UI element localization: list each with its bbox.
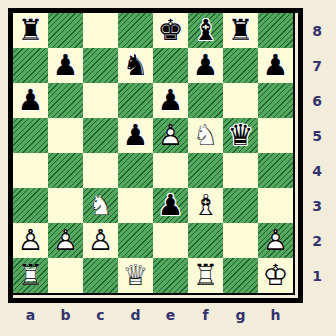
square-f7[interactable]: ♟ [188, 48, 223, 83]
chess-diagram: ♜♚♝♜♟♞♟♟♟♟♟♟♙♞♘♛♞♘♟♝♗♟♙♟♙♟♙♟♙♜♖♛♕♜♖♚♔ ab… [0, 0, 336, 336]
square-d8[interactable] [118, 13, 153, 48]
square-g1[interactable] [223, 258, 258, 293]
square-d4[interactable] [118, 153, 153, 188]
square-a7[interactable] [13, 48, 48, 83]
square-a6[interactable]: ♟ [13, 83, 48, 118]
rank-label-4: 4 [304, 153, 330, 188]
chess-board: ♜♚♝♜♟♞♟♟♟♟♟♟♙♞♘♛♞♘♟♝♗♟♙♟♙♟♙♟♙♜♖♛♕♜♖♚♔ [13, 13, 293, 293]
square-h4[interactable] [258, 153, 293, 188]
square-d2[interactable] [118, 223, 153, 258]
piece-white-bishop: ♝♗ [188, 188, 223, 223]
piece-white-rook: ♜♖ [188, 258, 223, 293]
piece-black-rook: ♜ [13, 13, 48, 48]
piece-glyph: ♟ [258, 48, 293, 83]
piece-glyph: ♟ [188, 48, 223, 83]
square-f8[interactable]: ♝ [188, 13, 223, 48]
square-e7[interactable] [153, 48, 188, 83]
square-b1[interactable] [48, 258, 83, 293]
square-h5[interactable] [258, 118, 293, 153]
square-h7[interactable]: ♟ [258, 48, 293, 83]
square-e3[interactable]: ♟ [153, 188, 188, 223]
square-f5[interactable]: ♞♘ [188, 118, 223, 153]
square-c4[interactable] [83, 153, 118, 188]
rank-label-8: 8 [304, 13, 330, 48]
piece-glyph: ♜ [13, 13, 48, 48]
square-g6[interactable] [223, 83, 258, 118]
piece-white-knight: ♞♘ [188, 118, 223, 153]
piece-black-king: ♚ [153, 13, 188, 48]
piece-glyph: ♖ [188, 258, 223, 293]
piece-glyph: ♘ [188, 118, 223, 153]
piece-glyph: ♜ [223, 13, 258, 48]
square-d3[interactable] [118, 188, 153, 223]
piece-glyph: ♔ [258, 258, 293, 293]
square-c3[interactable]: ♞♘ [83, 188, 118, 223]
file-labels: abcdefgh [13, 307, 293, 323]
square-h2[interactable]: ♟♙ [258, 223, 293, 258]
piece-white-pawn: ♟♙ [83, 223, 118, 258]
piece-black-pawn: ♟ [48, 48, 83, 83]
piece-glyph: ♞ [118, 48, 153, 83]
piece-white-rook: ♜♖ [13, 258, 48, 293]
square-g5[interactable]: ♛ [223, 118, 258, 153]
board-inner-line: ♜♚♝♜♟♞♟♟♟♟♟♟♙♞♘♛♞♘♟♝♗♟♙♟♙♟♙♟♙♜♖♛♕♜♖♚♔ [13, 13, 295, 295]
rank-label-5: 5 [304, 118, 330, 153]
rank-label-6: 6 [304, 83, 330, 118]
square-h6[interactable] [258, 83, 293, 118]
square-a1[interactable]: ♜♖ [13, 258, 48, 293]
square-a5[interactable] [13, 118, 48, 153]
piece-glyph: ♘ [83, 188, 118, 223]
piece-glyph: ♖ [13, 258, 48, 293]
square-h3[interactable] [258, 188, 293, 223]
square-f3[interactable]: ♝♗ [188, 188, 223, 223]
file-label-c: c [83, 307, 118, 323]
rank-label-1: 1 [304, 258, 330, 293]
piece-black-pawn: ♟ [188, 48, 223, 83]
square-h8[interactable] [258, 13, 293, 48]
square-b4[interactable] [48, 153, 83, 188]
piece-black-pawn: ♟ [118, 118, 153, 153]
square-d1[interactable]: ♛♕ [118, 258, 153, 293]
square-b5[interactable] [48, 118, 83, 153]
piece-black-bishop: ♝ [188, 13, 223, 48]
file-label-b: b [48, 307, 83, 323]
square-f2[interactable] [188, 223, 223, 258]
square-h1[interactable]: ♚♔ [258, 258, 293, 293]
piece-white-pawn: ♟♙ [48, 223, 83, 258]
square-f6[interactable] [188, 83, 223, 118]
square-g7[interactable] [223, 48, 258, 83]
piece-glyph: ♟ [13, 83, 48, 118]
piece-black-pawn: ♟ [258, 48, 293, 83]
rank-label-7: 7 [304, 48, 330, 83]
square-g3[interactable] [223, 188, 258, 223]
file-label-d: d [118, 307, 153, 323]
piece-glyph: ♟ [153, 188, 188, 223]
square-c5[interactable] [83, 118, 118, 153]
piece-glyph: ♙ [258, 223, 293, 258]
square-e6[interactable]: ♟ [153, 83, 188, 118]
square-c7[interactable] [83, 48, 118, 83]
piece-white-pawn: ♟♙ [258, 223, 293, 258]
square-f4[interactable] [188, 153, 223, 188]
square-b8[interactable] [48, 13, 83, 48]
rank-labels: 87654321 [304, 13, 330, 293]
square-b3[interactable] [48, 188, 83, 223]
square-c8[interactable] [83, 13, 118, 48]
file-label-a: a [13, 307, 48, 323]
rank-label-3: 3 [304, 188, 330, 223]
file-label-f: f [188, 307, 223, 323]
piece-black-knight: ♞ [118, 48, 153, 83]
piece-white-queen: ♛♕ [118, 258, 153, 293]
piece-glyph: ♚ [153, 13, 188, 48]
square-d5[interactable]: ♟ [118, 118, 153, 153]
piece-glyph: ♗ [188, 188, 223, 223]
square-a2[interactable]: ♟♙ [13, 223, 48, 258]
piece-glyph: ♝ [188, 13, 223, 48]
square-b6[interactable] [48, 83, 83, 118]
file-label-g: g [223, 307, 258, 323]
file-label-e: e [153, 307, 188, 323]
square-e5[interactable]: ♟♙ [153, 118, 188, 153]
square-a8[interactable]: ♜ [13, 13, 48, 48]
piece-black-pawn: ♟ [153, 188, 188, 223]
rank-label-2: 2 [304, 223, 330, 258]
piece-glyph: ♟ [153, 83, 188, 118]
piece-white-pawn: ♟♙ [13, 223, 48, 258]
square-e1[interactable] [153, 258, 188, 293]
square-a3[interactable] [13, 188, 48, 223]
piece-black-pawn: ♟ [13, 83, 48, 118]
piece-white-pawn: ♟♙ [153, 118, 188, 153]
piece-glyph: ♙ [83, 223, 118, 258]
piece-white-king: ♚♔ [258, 258, 293, 293]
piece-glyph: ♙ [48, 223, 83, 258]
square-e4[interactable] [153, 153, 188, 188]
square-d6[interactable] [118, 83, 153, 118]
piece-glyph: ♕ [118, 258, 153, 293]
square-c6[interactable] [83, 83, 118, 118]
piece-glyph: ♟ [48, 48, 83, 83]
piece-glyph: ♙ [13, 223, 48, 258]
piece-glyph: ♟ [118, 118, 153, 153]
board-frame: ♜♚♝♜♟♞♟♟♟♟♟♟♙♞♘♛♞♘♟♝♗♟♙♟♙♟♙♟♙♜♖♛♕♜♖♚♔ [8, 8, 303, 303]
square-f1[interactable]: ♜♖ [188, 258, 223, 293]
square-b2[interactable]: ♟♙ [48, 223, 83, 258]
square-e8[interactable]: ♚ [153, 13, 188, 48]
piece-black-rook: ♜ [223, 13, 258, 48]
piece-black-queen: ♛ [223, 118, 258, 153]
square-c2[interactable]: ♟♙ [83, 223, 118, 258]
board-frame-gap: ♜♚♝♜♟♞♟♟♟♟♟♟♙♞♘♛♞♘♟♝♗♟♙♟♙♟♙♟♙♜♖♛♕♜♖♚♔ [13, 13, 298, 298]
square-g8[interactable]: ♜ [223, 13, 258, 48]
square-g4[interactable] [223, 153, 258, 188]
piece-black-pawn: ♟ [153, 83, 188, 118]
square-e2[interactable] [153, 223, 188, 258]
square-d7[interactable]: ♞ [118, 48, 153, 83]
piece-glyph: ♛ [223, 118, 258, 153]
piece-glyph: ♙ [153, 118, 188, 153]
square-g2[interactable] [223, 223, 258, 258]
square-a4[interactable] [13, 153, 48, 188]
file-label-h: h [258, 307, 293, 323]
square-b7[interactable]: ♟ [48, 48, 83, 83]
square-c1[interactable] [83, 258, 118, 293]
piece-white-knight: ♞♘ [83, 188, 118, 223]
